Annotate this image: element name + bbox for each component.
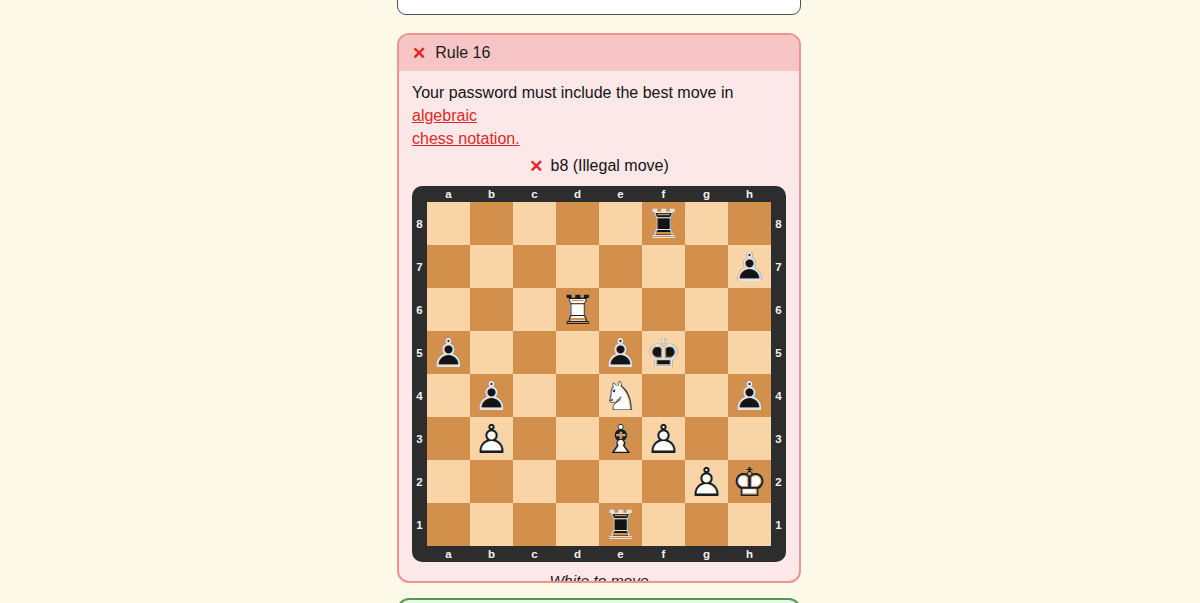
white-pawn[interactable]: ♟♙ <box>685 460 728 503</box>
black-pawn[interactable]: ♟♙ <box>427 331 470 374</box>
file-label-e: e <box>599 546 642 562</box>
square-f2[interactable] <box>642 460 685 503</box>
square-f1[interactable] <box>642 503 685 546</box>
file-label-a: a <box>427 546 470 562</box>
file-label-g: g <box>685 546 728 562</box>
black-king-outline: ♔ <box>642 331 685 374</box>
square-g2[interactable]: ♟♙ <box>685 460 728 503</box>
black-pawn[interactable]: ♟♙ <box>599 331 642 374</box>
square-g3[interactable] <box>685 417 728 460</box>
white-king-outline: ♔ <box>728 460 771 503</box>
rank-label-2: 2 <box>412 460 427 503</box>
square-e4[interactable]: ♞♘ <box>599 374 642 417</box>
chess-board: aabbccddeeffgghh8877665544332211♜♖♟♙♜♖♟♙… <box>412 186 786 562</box>
rule-description-text: Your password must include the best move… <box>412 84 733 101</box>
rule-description: Your password must include the best move… <box>412 81 786 150</box>
white-pawn-outline: ♙ <box>642 417 685 460</box>
square-b7[interactable] <box>470 245 513 288</box>
black-pawn-outline: ♙ <box>599 331 642 374</box>
rank-label-6: 6 <box>412 288 427 331</box>
square-a4[interactable] <box>427 374 470 417</box>
square-d6[interactable]: ♜♖ <box>556 288 599 331</box>
square-f4[interactable] <box>642 374 685 417</box>
illegal-move-x-icon: ✕ <box>529 158 543 175</box>
rank-label-7: 7 <box>771 245 786 288</box>
square-g6[interactable] <box>685 288 728 331</box>
square-f3[interactable]: ♟♙ <box>642 417 685 460</box>
square-e3[interactable]: ♝♗ <box>599 417 642 460</box>
white-bishop-outline: ♗ <box>599 417 642 460</box>
chess-notation-link[interactable]: algebraic <box>412 107 477 124</box>
rule-header: ✕ Rule 16 <box>399 35 799 71</box>
square-f7[interactable] <box>642 245 685 288</box>
password-input[interactable] <box>397 0 801 15</box>
square-a3[interactable] <box>427 417 470 460</box>
black-rook-outline: ♖ <box>642 202 685 245</box>
square-b1[interactable] <box>470 503 513 546</box>
square-h6[interactable] <box>728 288 771 331</box>
square-b2[interactable] <box>470 460 513 503</box>
rule-16-card: ✕ Rule 16 Your password must include the… <box>397 33 801 583</box>
file-label-f: f <box>642 546 685 562</box>
black-rook[interactable]: ♜♖ <box>599 503 642 546</box>
file-label-d: d <box>556 546 599 562</box>
square-b4[interactable]: ♟♙ <box>470 374 513 417</box>
square-e5[interactable]: ♟♙ <box>599 331 642 374</box>
rank-label-8: 8 <box>771 202 786 245</box>
square-c1[interactable] <box>513 503 556 546</box>
next-rule-card <box>397 598 801 603</box>
rule-title: Rule 16 <box>435 44 490 62</box>
square-d5[interactable] <box>556 331 599 374</box>
black-rook-outline: ♖ <box>599 503 642 546</box>
rank-label-8: 8 <box>412 202 427 245</box>
white-pawn[interactable]: ♟♙ <box>642 417 685 460</box>
square-c3[interactable] <box>513 417 556 460</box>
white-pawn[interactable]: ♟♙ <box>470 417 513 460</box>
file-label-f: f <box>642 186 685 202</box>
file-label-h: h <box>728 546 771 562</box>
square-g4[interactable] <box>685 374 728 417</box>
black-pawn-outline: ♙ <box>470 374 513 417</box>
white-rook-outline: ♖ <box>556 288 599 331</box>
page: ✕ Rule 16 Your password must include the… <box>0 0 1200 603</box>
square-d4[interactable] <box>556 374 599 417</box>
rank-label-7: 7 <box>412 245 427 288</box>
rank-label-5: 5 <box>412 331 427 374</box>
square-c6[interactable] <box>513 288 556 331</box>
white-bishop[interactable]: ♝♗ <box>599 417 642 460</box>
square-a1[interactable] <box>427 503 470 546</box>
rank-label-3: 3 <box>412 417 427 460</box>
square-c2[interactable] <box>513 460 556 503</box>
square-e6[interactable] <box>599 288 642 331</box>
square-d2[interactable] <box>556 460 599 503</box>
square-h7[interactable]: ♟♙ <box>728 245 771 288</box>
square-b8[interactable] <box>470 202 513 245</box>
black-pawn[interactable]: ♟♙ <box>728 245 771 288</box>
square-a2[interactable] <box>427 460 470 503</box>
white-knight[interactable]: ♞♘ <box>599 374 642 417</box>
white-rook[interactable]: ♜♖ <box>556 288 599 331</box>
rank-label-1: 1 <box>412 503 427 546</box>
file-label-b: b <box>470 186 513 202</box>
square-d7[interactable] <box>556 245 599 288</box>
square-e2[interactable] <box>599 460 642 503</box>
square-g1[interactable] <box>685 503 728 546</box>
square-e1[interactable]: ♜♖ <box>599 503 642 546</box>
black-pawn-outline: ♙ <box>728 374 771 417</box>
square-h8[interactable] <box>728 202 771 245</box>
file-label-g: g <box>685 186 728 202</box>
rule-failed-x-icon: ✕ <box>412 45 426 62</box>
square-h4[interactable]: ♟♙ <box>728 374 771 417</box>
square-c8[interactable] <box>513 202 556 245</box>
turn-indicator: White to move <box>412 572 786 583</box>
square-d3[interactable] <box>556 417 599 460</box>
file-label-c: c <box>513 186 556 202</box>
rank-label-1: 1 <box>771 503 786 546</box>
square-a6[interactable] <box>427 288 470 331</box>
square-a5[interactable]: ♟♙ <box>427 331 470 374</box>
rank-label-2: 2 <box>771 460 786 503</box>
square-g7[interactable] <box>685 245 728 288</box>
square-h5[interactable] <box>728 331 771 374</box>
square-a8[interactable] <box>427 202 470 245</box>
white-pawn-outline: ♙ <box>470 417 513 460</box>
square-c7[interactable] <box>513 245 556 288</box>
square-h1[interactable] <box>728 503 771 546</box>
square-b5[interactable] <box>470 331 513 374</box>
white-pawn-outline: ♙ <box>685 460 728 503</box>
file-label-c: c <box>513 546 556 562</box>
black-king[interactable]: ♚♔ <box>642 331 685 374</box>
square-g8[interactable] <box>685 202 728 245</box>
black-pawn[interactable]: ♟♙ <box>470 374 513 417</box>
square-h3[interactable] <box>728 417 771 460</box>
square-d1[interactable] <box>556 503 599 546</box>
illegal-move-message: ✕ b8 (Illegal move) <box>412 157 786 175</box>
square-f6[interactable] <box>642 288 685 331</box>
rank-label-4: 4 <box>412 374 427 417</box>
file-label-b: b <box>470 546 513 562</box>
rank-label-6: 6 <box>771 288 786 331</box>
rank-label-4: 4 <box>771 374 786 417</box>
chess-notation-link-2[interactable]: chess notation. <box>412 130 520 147</box>
black-pawn[interactable]: ♟♙ <box>728 374 771 417</box>
square-h2[interactable]: ♚♔ <box>728 460 771 503</box>
black-pawn-outline: ♙ <box>728 245 771 288</box>
black-rook[interactable]: ♜♖ <box>642 202 685 245</box>
square-e8[interactable] <box>599 202 642 245</box>
file-label-a: a <box>427 186 470 202</box>
illegal-move-text: b8 (Illegal move) <box>550 157 668 175</box>
rank-label-5: 5 <box>771 331 786 374</box>
file-label-d: d <box>556 186 599 202</box>
square-f8[interactable]: ♜♖ <box>642 202 685 245</box>
square-a7[interactable] <box>427 245 470 288</box>
square-b3[interactable]: ♟♙ <box>470 417 513 460</box>
square-c4[interactable] <box>513 374 556 417</box>
square-b6[interactable] <box>470 288 513 331</box>
file-label-h: h <box>728 186 771 202</box>
square-f5[interactable]: ♚♔ <box>642 331 685 374</box>
square-c5[interactable] <box>513 331 556 374</box>
black-pawn-outline: ♙ <box>427 331 470 374</box>
white-king[interactable]: ♚♔ <box>728 460 771 503</box>
rule-body: Your password must include the best move… <box>399 71 799 583</box>
file-label-e: e <box>599 186 642 202</box>
square-g5[interactable] <box>685 331 728 374</box>
square-e7[interactable] <box>599 245 642 288</box>
rank-label-3: 3 <box>771 417 786 460</box>
white-knight-outline: ♘ <box>599 374 642 417</box>
square-d8[interactable] <box>556 202 599 245</box>
